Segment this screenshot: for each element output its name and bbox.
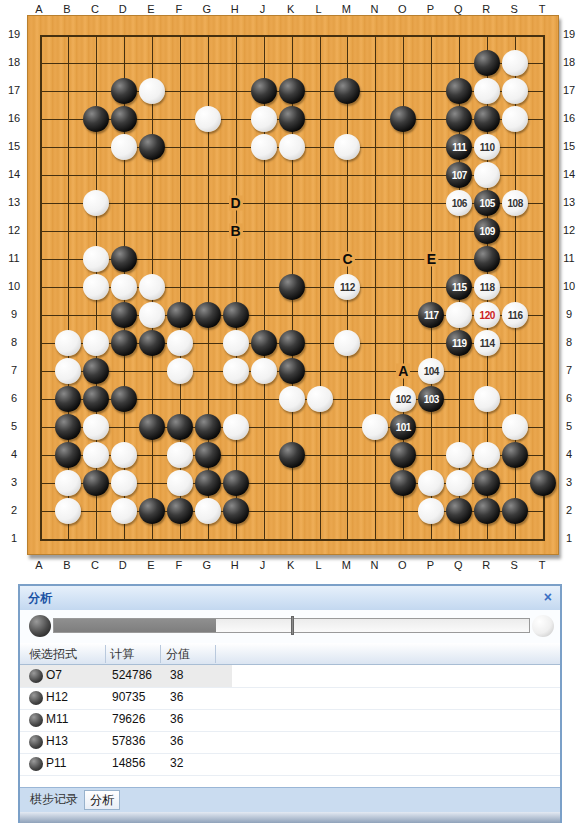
stone-H5 xyxy=(223,414,249,440)
stone-H3 xyxy=(223,470,249,496)
column-separator xyxy=(215,645,216,663)
stone-O3 xyxy=(390,470,416,496)
stone-Q14: 107 xyxy=(446,162,472,188)
stone-R13: 105 xyxy=(474,190,500,216)
stone-J17 xyxy=(251,78,277,104)
stone-O4 xyxy=(390,442,416,468)
stone-D15 xyxy=(111,134,137,160)
stone-D8 xyxy=(111,330,137,356)
row-label-right: 10 xyxy=(563,280,575,292)
grid-line xyxy=(40,427,545,428)
grid-line xyxy=(40,231,545,232)
row-label-right: 12 xyxy=(563,224,575,236)
column-label-bottom: F xyxy=(175,559,182,571)
stone-R15: 110 xyxy=(474,134,500,160)
grid-line xyxy=(40,63,545,64)
stone-O16 xyxy=(390,106,416,132)
row-label-right: 2 xyxy=(566,504,572,516)
stone-K10 xyxy=(279,274,305,300)
row-label-left: 2 xyxy=(11,504,17,516)
candidate-row-M11[interactable]: M117962636 xyxy=(20,709,560,732)
stone-D10 xyxy=(111,274,137,300)
stone-D2 xyxy=(111,498,137,524)
board-section: 1111101071061051081091121151181171201161… xyxy=(0,0,585,578)
column-label-bottom: O xyxy=(398,559,407,571)
stone-R11 xyxy=(474,246,500,272)
stone-M10: 112 xyxy=(334,274,360,300)
row-label-left: 18 xyxy=(8,56,20,68)
row-label-left: 12 xyxy=(8,224,20,236)
stone-B5 xyxy=(55,414,81,440)
grid-line xyxy=(40,539,545,541)
letter-mark-A[interactable]: A xyxy=(396,364,410,379)
slider-fill xyxy=(54,619,216,632)
stone-G2 xyxy=(195,498,221,524)
candidate-score: 32 xyxy=(170,756,183,770)
stone-S13: 108 xyxy=(502,190,528,216)
candidate-visits: 57836 xyxy=(112,734,145,748)
candidate-table-rows: O752478638H129073536M117962636H135783636… xyxy=(20,665,560,787)
letter-mark-C[interactable]: C xyxy=(340,252,354,267)
candidate-row-H12[interactable]: H129073536 xyxy=(20,687,560,710)
column-label-top: A xyxy=(35,3,42,15)
stone-S4 xyxy=(502,442,528,468)
stone-B3 xyxy=(55,470,81,496)
stone-O5: 101 xyxy=(390,414,416,440)
stone-D17 xyxy=(111,78,137,104)
column-label-bottom: E xyxy=(147,559,154,571)
column-label-bottom: J xyxy=(260,559,266,571)
stone-R12: 109 xyxy=(474,218,500,244)
column-label-bottom: H xyxy=(231,559,239,571)
stone-C10 xyxy=(83,274,109,300)
column-label-top: Q xyxy=(454,3,463,15)
candidate-move: P11 xyxy=(46,756,66,770)
candidate-score: 38 xyxy=(170,668,183,682)
stone-D4 xyxy=(111,442,137,468)
stone-E9 xyxy=(139,302,165,328)
stone-F2 xyxy=(167,498,193,524)
stone-S18 xyxy=(502,50,528,76)
stone-F8 xyxy=(167,330,193,356)
stone-B2 xyxy=(55,498,81,524)
stone-F5 xyxy=(167,414,193,440)
column-label-top: D xyxy=(119,3,127,15)
column-separator xyxy=(160,645,161,663)
analysis-panel: 分析 × 候选招式计算分值 O752478638H129073536M11796… xyxy=(18,584,562,823)
stone-E2 xyxy=(139,498,165,524)
stone-R14 xyxy=(474,162,500,188)
column-label-top: T xyxy=(539,3,546,15)
white-stone-icon xyxy=(532,615,554,637)
column-label-top: B xyxy=(63,3,70,15)
grid-line xyxy=(40,35,545,37)
stone-P6: 103 xyxy=(418,386,444,412)
stone-K17 xyxy=(279,78,305,104)
analysis-panel-title: 分析 xyxy=(28,590,52,607)
stone-S2 xyxy=(502,498,528,524)
stone-O6: 102 xyxy=(390,386,416,412)
stone-B6 xyxy=(55,386,81,412)
row-label-right: 15 xyxy=(563,140,575,152)
row-label-left: 8 xyxy=(11,336,17,348)
row-label-left: 11 xyxy=(8,252,19,264)
black-stone-icon xyxy=(29,615,51,637)
stone-R10: 118 xyxy=(474,274,500,300)
stone-C3 xyxy=(83,470,109,496)
stone-E5 xyxy=(139,414,165,440)
column-label-bottom: M xyxy=(342,559,351,571)
row-label-right: 1 xyxy=(566,532,572,544)
letter-mark-E[interactable]: E xyxy=(425,252,438,267)
stone-C11 xyxy=(83,246,109,272)
column-label-top: G xyxy=(202,3,211,15)
stone-S17 xyxy=(502,78,528,104)
column-label-top: J xyxy=(260,3,266,15)
stone-G16 xyxy=(195,106,221,132)
stone-J8 xyxy=(251,330,277,356)
stone-R18 xyxy=(474,50,500,76)
stone-K15 xyxy=(279,134,305,160)
stone-D11 xyxy=(111,246,137,272)
stone-T3 xyxy=(530,470,556,496)
stone-Q17 xyxy=(446,78,472,104)
row-label-left: 14 xyxy=(8,168,20,180)
column-label-top: H xyxy=(231,3,239,15)
grid-line xyxy=(431,35,432,541)
stone-E15 xyxy=(139,134,165,160)
column-label-bottom: Q xyxy=(454,559,463,571)
row-label-left: 5 xyxy=(11,420,17,432)
column-label-top: S xyxy=(510,3,517,15)
column-label-top: M xyxy=(342,3,351,15)
grid-line xyxy=(543,35,545,541)
stone-P3 xyxy=(418,470,444,496)
column-label-bottom: S xyxy=(510,559,517,571)
stone-C13 xyxy=(83,190,109,216)
row-label-right: 4 xyxy=(566,448,572,460)
stone-K8 xyxy=(279,330,305,356)
row-label-right: 6 xyxy=(566,392,572,404)
stone-P7: 104 xyxy=(418,358,444,384)
stone-Q10: 115 xyxy=(446,274,472,300)
stone-E17 xyxy=(139,78,165,104)
stone-F7 xyxy=(167,358,193,384)
column-label-bottom: D xyxy=(119,559,127,571)
candidate-move: H13 xyxy=(46,734,68,748)
stone-P2 xyxy=(418,498,444,524)
column-label-bottom: B xyxy=(63,559,70,571)
column-header-0[interactable]: 候选招式 xyxy=(29,646,77,663)
stone-S5 xyxy=(502,414,528,440)
stone-B4 xyxy=(55,442,81,468)
row-label-left: 4 xyxy=(11,448,17,460)
black-stone-icon xyxy=(29,735,43,749)
stone-E8 xyxy=(139,330,165,356)
candidate-visits: 14856 xyxy=(112,756,145,770)
stone-K7 xyxy=(279,358,305,384)
column-label-top: F xyxy=(175,3,182,15)
column-label-top: E xyxy=(147,3,154,15)
column-label-bottom: N xyxy=(370,559,378,571)
row-label-right: 9 xyxy=(566,308,572,320)
candidate-move: H12 xyxy=(46,690,68,704)
stone-G3 xyxy=(195,470,221,496)
tab-analysis[interactable]: 分析 xyxy=(84,790,120,810)
row-label-left: 6 xyxy=(11,392,17,404)
analysis-slider[interactable] xyxy=(53,618,530,633)
stone-R9: 120 xyxy=(474,302,500,328)
grid-line xyxy=(320,35,321,541)
stone-Q15: 111 xyxy=(446,134,472,160)
candidate-table-header: 候选招式计算分值 xyxy=(20,643,560,665)
stone-R4 xyxy=(474,442,500,468)
candidate-visits: 524786 xyxy=(112,668,152,682)
stone-K4 xyxy=(279,442,305,468)
analysis-panel-header: 分析 × xyxy=(20,586,560,610)
stone-B7 xyxy=(55,358,81,384)
grid-line xyxy=(375,35,376,541)
stone-F9 xyxy=(167,302,193,328)
stone-Q4 xyxy=(446,442,472,468)
stone-R16 xyxy=(474,106,500,132)
stone-S16 xyxy=(502,106,528,132)
row-label-left: 15 xyxy=(8,140,20,152)
column-label-bottom: P xyxy=(427,559,434,571)
column-label-top: K xyxy=(287,3,294,15)
column-label-bottom: C xyxy=(91,559,99,571)
candidate-score: 36 xyxy=(170,734,183,748)
column-label-bottom: G xyxy=(202,559,211,571)
row-label-right: 19 xyxy=(563,28,575,40)
column-label-bottom: R xyxy=(482,559,490,571)
candidate-visits: 79626 xyxy=(112,712,145,726)
stone-R3 xyxy=(474,470,500,496)
row-label-left: 3 xyxy=(11,476,17,488)
column-label-bottom: K xyxy=(287,559,294,571)
stone-K16 xyxy=(279,106,305,132)
stone-C5 xyxy=(83,414,109,440)
black-stone-icon xyxy=(29,669,43,683)
row-label-left: 9 xyxy=(11,308,17,320)
stone-N5 xyxy=(362,414,388,440)
row-label-left: 17 xyxy=(8,84,20,96)
bottom-tab-bar: 棋步记录分析 xyxy=(20,787,560,812)
stone-H8 xyxy=(223,330,249,356)
stone-Q16 xyxy=(446,106,472,132)
stone-M15 xyxy=(334,134,360,160)
row-label-right: 5 xyxy=(566,420,572,432)
row-label-right: 18 xyxy=(563,56,575,68)
stone-F4 xyxy=(167,442,193,468)
letter-mark-B[interactable]: B xyxy=(229,224,243,239)
column-label-top: O xyxy=(398,3,407,15)
candidate-score: 36 xyxy=(170,712,183,726)
stone-Q2 xyxy=(446,498,472,524)
candidate-row-O7[interactable]: O752478638 xyxy=(20,665,560,688)
row-label-right: 16 xyxy=(563,112,575,124)
row-label-left: 19 xyxy=(8,28,20,40)
stone-R6 xyxy=(474,386,500,412)
column-label-top: N xyxy=(370,3,378,15)
stone-R17 xyxy=(474,78,500,104)
status-band xyxy=(20,812,560,823)
stone-Q13: 106 xyxy=(446,190,472,216)
stone-C6 xyxy=(83,386,109,412)
candidate-score: 36 xyxy=(170,690,183,704)
stone-H7 xyxy=(223,358,249,384)
stone-Q8: 119 xyxy=(446,330,472,356)
row-label-left: 7 xyxy=(11,364,17,376)
black-stone-icon xyxy=(29,757,43,771)
stone-J16 xyxy=(251,106,277,132)
stone-D6 xyxy=(111,386,137,412)
stone-G4 xyxy=(195,442,221,468)
column-label-top: C xyxy=(91,3,99,15)
column-label-bottom: L xyxy=(315,559,321,571)
column-label-bottom: T xyxy=(539,559,546,571)
column-label-top: L xyxy=(315,3,321,15)
stone-C4 xyxy=(83,442,109,468)
stone-B8 xyxy=(55,330,81,356)
stone-Q9 xyxy=(446,302,472,328)
black-stone-icon xyxy=(29,691,43,705)
row-label-right: 7 xyxy=(566,364,572,376)
letter-mark-D[interactable]: D xyxy=(229,196,243,211)
stone-J15 xyxy=(251,134,277,160)
stone-M17 xyxy=(334,78,360,104)
column-label-top: P xyxy=(427,3,434,15)
row-label-right: 14 xyxy=(563,168,575,180)
winrate-slider-row xyxy=(20,610,560,643)
row-label-right: 17 xyxy=(563,84,575,96)
stone-R2 xyxy=(474,498,500,524)
stone-H2 xyxy=(223,498,249,524)
stone-D16 xyxy=(111,106,137,132)
stone-H9 xyxy=(223,302,249,328)
stone-K6 xyxy=(279,386,305,412)
grid-line xyxy=(40,35,42,541)
stone-D9 xyxy=(111,302,137,328)
close-icon[interactable]: × xyxy=(544,589,552,605)
candidate-row-H13[interactable]: H135783636 xyxy=(20,731,560,754)
candidate-visits: 90735 xyxy=(112,690,145,704)
candidate-move: O7 xyxy=(46,668,62,682)
stone-C16 xyxy=(83,106,109,132)
stone-C7 xyxy=(83,358,109,384)
row-label-left: 10 xyxy=(8,280,20,292)
column-header-2[interactable]: 分值 xyxy=(166,646,190,663)
column-label-bottom: A xyxy=(35,559,42,571)
stone-J7 xyxy=(251,358,277,384)
stone-C8 xyxy=(83,330,109,356)
stone-M8 xyxy=(334,330,360,356)
stone-G9 xyxy=(195,302,221,328)
stone-P9: 117 xyxy=(418,302,444,328)
stone-D3 xyxy=(111,470,137,496)
column-separator xyxy=(105,645,106,663)
stone-G5 xyxy=(195,414,221,440)
stone-F3 xyxy=(167,470,193,496)
row-label-right: 11 xyxy=(563,252,574,264)
black-stone-icon xyxy=(29,713,43,727)
stone-L6 xyxy=(307,386,333,412)
stone-R8: 114 xyxy=(474,330,500,356)
stone-Q3 xyxy=(446,470,472,496)
row-label-right: 8 xyxy=(566,336,572,348)
tab-move-record[interactable]: 棋步记录 xyxy=(25,790,83,808)
row-label-left: 13 xyxy=(8,196,20,208)
stone-E10 xyxy=(139,274,165,300)
candidate-move: M11 xyxy=(46,712,68,726)
stone-S9: 116 xyxy=(502,302,528,328)
row-label-right: 3 xyxy=(566,476,572,488)
row-label-left: 16 xyxy=(8,112,20,124)
slider-handle[interactable] xyxy=(291,616,294,635)
row-label-left: 1 xyxy=(11,532,17,544)
candidate-row-P11[interactable]: P111485632 xyxy=(20,753,560,776)
grid-line xyxy=(236,35,237,541)
column-label-top: R xyxy=(482,3,490,15)
row-label-right: 13 xyxy=(563,196,575,208)
column-header-1[interactable]: 计算 xyxy=(110,646,134,663)
go-board[interactable]: 1111101071061051081091121151181171201161… xyxy=(27,15,559,555)
